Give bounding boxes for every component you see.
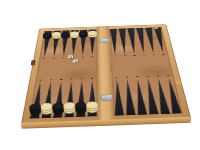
point-tip-dot (53, 58, 55, 59)
point-left-top-6[interactable] (88, 29, 98, 55)
point-tip-dot (133, 55, 135, 56)
point-tip-dot (39, 80, 41, 81)
point-tip-dot (62, 57, 64, 58)
point-tip-dot (43, 58, 45, 59)
point-tip-dot (82, 57, 84, 58)
point-left-bottom-6[interactable] (86, 80, 98, 116)
point-triangle (79, 30, 88, 56)
point-tip-dot (124, 55, 126, 56)
photo-stage: ●●●●●●●●●●●●●●●●●●●●●●●●●●●●●● (0, 0, 200, 150)
point-tip-dot (162, 54, 164, 55)
board-tilt-wrapper: ●●●●●●●●●●●●●●●●●●●●●●●●●●●●●● (0, 0, 200, 150)
point-tip-dot (167, 75, 170, 76)
point-tip-dot (153, 54, 155, 55)
left-top-points-row (40, 29, 98, 56)
point-tip-dot (116, 77, 118, 78)
point-tip-dot (60, 79, 62, 80)
right-half-field (109, 27, 183, 116)
point-tip-dot (146, 76, 149, 77)
board-perspective: ●●●●●●●●●●●●●●●●●●●●●●●●●●●●●● (21, 24, 191, 123)
point-tip-dot (81, 78, 83, 79)
point-left-top-5[interactable] (78, 30, 88, 56)
clasp-left (31, 60, 36, 65)
point-triangle (87, 80, 97, 116)
point-tip-dot (70, 79, 72, 80)
point-tip-dot (50, 79, 52, 80)
point-tip-dot (114, 56, 116, 57)
point-triangle (76, 81, 87, 117)
right-top-points-row (109, 27, 168, 54)
point-tip-dot (126, 77, 128, 78)
right-bottom-points-row (112, 78, 183, 116)
clasp-right (176, 81, 182, 86)
point-tip-dot (91, 78, 93, 79)
point-tip-dot (136, 76, 138, 77)
point-triangle (88, 29, 96, 55)
point-left-bottom-5[interactable] (75, 81, 87, 117)
left-half-field: ●●●●●●●●●●●●●●●●●●●●●●●●●●●●●● (29, 29, 98, 118)
point-tip-dot (157, 76, 160, 77)
left-bottom-points-row (29, 80, 98, 118)
die-2[interactable] (73, 59, 78, 62)
hinge-plate-top (99, 39, 109, 44)
point-tip-dot (143, 55, 145, 56)
backgammon-case: ●●●●●●●●●●●●●●●●●●●●●●●●●●●●●● (21, 24, 191, 123)
point-tip-dot (91, 56, 93, 57)
